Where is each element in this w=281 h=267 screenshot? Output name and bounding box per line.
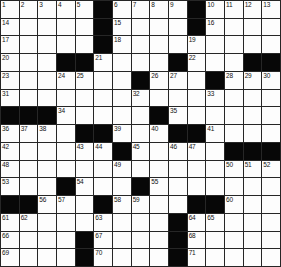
- clue-number: 51: [245, 161, 252, 168]
- white-cell[interactable]: [57, 249, 75, 266]
- white-cell[interactable]: 15: [113, 19, 131, 36]
- white-cell[interactable]: [206, 107, 224, 124]
- white-cell[interactable]: [38, 143, 56, 160]
- white-cell[interactable]: [20, 249, 38, 266]
- clue-number: 15: [114, 19, 121, 26]
- white-cell[interactable]: [150, 90, 168, 107]
- clue-number: 16: [207, 19, 214, 26]
- black-cell: [244, 143, 262, 160]
- black-cell: [132, 178, 150, 195]
- white-cell[interactable]: [20, 72, 38, 89]
- white-cell[interactable]: [94, 161, 112, 178]
- white-cell[interactable]: 62: [20, 214, 38, 231]
- white-cell[interactable]: [206, 249, 224, 266]
- black-cell: [94, 19, 112, 36]
- white-cell[interactable]: 24: [57, 72, 75, 89]
- white-cell[interactable]: 29: [244, 72, 262, 89]
- black-cell: [169, 249, 187, 266]
- clue-number: 63: [95, 214, 102, 221]
- white-cell[interactable]: [262, 90, 280, 107]
- white-cell[interactable]: 4: [57, 1, 75, 18]
- black-cell: [244, 54, 262, 71]
- black-cell: [188, 125, 206, 142]
- black-cell: [1, 107, 19, 124]
- white-cell[interactable]: [132, 161, 150, 178]
- black-cell: [132, 72, 150, 89]
- white-cell[interactable]: 59: [132, 196, 150, 213]
- white-cell[interactable]: [244, 125, 262, 142]
- white-cell[interactable]: 21: [94, 54, 112, 71]
- white-cell[interactable]: [188, 161, 206, 178]
- white-cell[interactable]: 44: [94, 143, 112, 160]
- black-cell: [1, 196, 19, 213]
- clue-number: 42: [2, 143, 9, 150]
- white-cell[interactable]: [262, 232, 280, 249]
- clue-number: 22: [189, 54, 196, 61]
- white-cell[interactable]: [206, 161, 224, 178]
- clue-number: 66: [2, 232, 9, 239]
- white-cell[interactable]: 23: [1, 72, 19, 89]
- white-cell[interactable]: [132, 125, 150, 142]
- black-cell: [76, 54, 94, 71]
- black-cell: [188, 196, 206, 213]
- clue-number: 46: [170, 143, 177, 150]
- white-cell[interactable]: [76, 107, 94, 124]
- white-cell[interactable]: [225, 90, 243, 107]
- black-cell: [113, 143, 131, 160]
- white-cell[interactable]: [169, 161, 187, 178]
- clue-number: 49: [114, 161, 121, 168]
- white-cell[interactable]: 13: [262, 1, 280, 18]
- black-cell: [150, 107, 168, 124]
- white-cell[interactable]: [132, 54, 150, 71]
- clue-number: 19: [189, 36, 196, 43]
- white-cell[interactable]: 40: [150, 125, 168, 142]
- white-cell[interactable]: 60: [225, 196, 243, 213]
- clue-number: 35: [170, 107, 177, 114]
- white-cell[interactable]: 12: [244, 1, 262, 18]
- clue-number: 11: [226, 1, 232, 8]
- white-cell[interactable]: 30: [262, 72, 280, 89]
- clue-number: 21: [95, 54, 102, 61]
- clue-number: 38: [39, 125, 46, 132]
- white-cell[interactable]: [150, 143, 168, 160]
- white-cell[interactable]: 27: [169, 72, 187, 89]
- clue-number: 7: [133, 1, 136, 8]
- clue-number: 71: [189, 249, 196, 256]
- white-cell[interactable]: [225, 19, 243, 36]
- white-cell[interactable]: [94, 90, 112, 107]
- white-cell[interactable]: [38, 19, 56, 36]
- white-cell[interactable]: 66: [1, 232, 19, 249]
- white-cell[interactable]: [169, 196, 187, 213]
- white-cell[interactable]: 55: [150, 178, 168, 195]
- clue-number: 59: [133, 196, 140, 203]
- white-cell[interactable]: 68: [188, 232, 206, 249]
- clue-number: 33: [207, 90, 214, 97]
- clue-number: 36: [2, 125, 9, 132]
- clue-number: 69: [2, 249, 9, 256]
- white-cell[interactable]: 36: [1, 125, 19, 142]
- white-cell[interactable]: [20, 161, 38, 178]
- white-cell[interactable]: [206, 54, 224, 71]
- clue-number: 60: [226, 196, 233, 203]
- clue-number: 61: [2, 214, 9, 221]
- white-cell[interactable]: [132, 214, 150, 231]
- white-cell[interactable]: [57, 232, 75, 249]
- clue-number: 13: [263, 1, 270, 8]
- white-cell[interactable]: 41: [206, 125, 224, 142]
- white-cell[interactable]: 2: [20, 1, 38, 18]
- white-cell[interactable]: [225, 214, 243, 231]
- white-cell[interactable]: 42: [1, 143, 19, 160]
- white-cell[interactable]: [20, 90, 38, 107]
- black-cell: [169, 54, 187, 71]
- white-cell[interactable]: [76, 196, 94, 213]
- clue-number: 52: [263, 161, 270, 168]
- white-cell[interactable]: [244, 214, 262, 231]
- clue-number: 23: [2, 72, 9, 79]
- clue-number: 40: [151, 125, 158, 132]
- white-cell[interactable]: [244, 90, 262, 107]
- white-cell[interactable]: 33: [206, 90, 224, 107]
- white-cell[interactable]: [38, 249, 56, 266]
- white-cell[interactable]: 58: [113, 196, 131, 213]
- clue-number: 8: [151, 1, 154, 8]
- crossword-grid: 1234567891011121314151617181920212223242…: [0, 0, 281, 267]
- clue-number: 34: [58, 107, 65, 114]
- white-cell[interactable]: [206, 36, 224, 53]
- white-cell[interactable]: 61: [1, 214, 19, 231]
- white-cell[interactable]: [76, 19, 94, 36]
- white-cell[interactable]: [113, 249, 131, 266]
- white-cell[interactable]: [57, 125, 75, 142]
- white-cell[interactable]: 9: [169, 1, 187, 18]
- white-cell[interactable]: 57: [57, 196, 75, 213]
- white-cell[interactable]: [169, 178, 187, 195]
- black-cell: [169, 125, 187, 142]
- white-cell[interactable]: 3: [38, 1, 56, 18]
- white-cell[interactable]: 14: [1, 19, 19, 36]
- clue-number: 44: [95, 143, 102, 150]
- white-cell[interactable]: [225, 54, 243, 71]
- white-cell[interactable]: [94, 107, 112, 124]
- black-cell: [225, 143, 243, 160]
- white-cell[interactable]: [38, 178, 56, 195]
- clue-number: 39: [114, 125, 121, 132]
- white-cell[interactable]: 51: [244, 161, 262, 178]
- white-cell[interactable]: [244, 36, 262, 53]
- white-cell[interactable]: [150, 161, 168, 178]
- white-cell[interactable]: [20, 232, 38, 249]
- white-cell[interactable]: 69: [1, 249, 19, 266]
- clue-number: 9: [170, 1, 173, 8]
- white-cell[interactable]: [132, 232, 150, 249]
- black-cell: [20, 196, 38, 213]
- clue-number: 67: [95, 232, 102, 239]
- white-cell[interactable]: [20, 143, 38, 160]
- white-cell[interactable]: 32: [132, 90, 150, 107]
- clue-number: 14: [2, 19, 9, 26]
- white-cell[interactable]: [132, 107, 150, 124]
- clue-number: 27: [170, 72, 177, 79]
- white-cell[interactable]: [113, 107, 131, 124]
- white-cell[interactable]: [132, 36, 150, 53]
- white-cell[interactable]: 1: [1, 1, 19, 18]
- black-cell: [262, 143, 280, 160]
- white-cell[interactable]: 65: [206, 214, 224, 231]
- clue-number: 57: [58, 196, 65, 203]
- white-cell[interactable]: [57, 143, 75, 160]
- white-cell[interactable]: [113, 178, 131, 195]
- white-cell[interactable]: [262, 214, 280, 231]
- white-cell[interactable]: [132, 249, 150, 266]
- white-cell[interactable]: 50: [225, 161, 243, 178]
- clue-number: 50: [226, 161, 233, 168]
- white-cell[interactable]: [262, 196, 280, 213]
- white-cell[interactable]: 8: [150, 1, 168, 18]
- white-cell[interactable]: 10: [206, 1, 224, 18]
- white-cell[interactable]: [225, 36, 243, 53]
- white-cell[interactable]: 71: [188, 249, 206, 266]
- white-cell[interactable]: [76, 214, 94, 231]
- clue-number: 58: [114, 196, 121, 203]
- black-cell: [38, 107, 56, 124]
- white-cell[interactable]: [38, 214, 56, 231]
- clue-number: 18: [114, 36, 121, 43]
- white-cell[interactable]: [169, 36, 187, 53]
- clue-number: 62: [21, 214, 28, 221]
- clue-number: 3: [39, 1, 42, 8]
- black-cell: [94, 196, 112, 213]
- white-cell[interactable]: 18: [113, 36, 131, 53]
- white-cell[interactable]: 25: [76, 72, 94, 89]
- white-cell[interactable]: 7: [132, 1, 150, 18]
- black-cell: [169, 232, 187, 249]
- white-cell[interactable]: 6: [113, 1, 131, 18]
- clue-number: 29: [245, 72, 252, 79]
- white-cell[interactable]: [38, 232, 56, 249]
- clue-number: 48: [2, 161, 9, 168]
- black-cell: [57, 178, 75, 195]
- white-cell[interactable]: [57, 161, 75, 178]
- white-cell[interactable]: [113, 72, 131, 89]
- white-cell[interactable]: 46: [169, 143, 187, 160]
- white-cell[interactable]: 16: [206, 19, 224, 36]
- clue-number: 45: [133, 143, 140, 150]
- white-cell[interactable]: [244, 19, 262, 36]
- white-cell[interactable]: [206, 143, 224, 160]
- white-cell[interactable]: [262, 125, 280, 142]
- clue-number: 5: [77, 1, 80, 8]
- black-cell: [94, 125, 112, 142]
- white-cell[interactable]: [169, 19, 187, 36]
- white-cell[interactable]: [188, 178, 206, 195]
- clue-number: 12: [245, 1, 252, 8]
- white-cell[interactable]: [113, 232, 131, 249]
- clue-number: 56: [39, 196, 46, 203]
- white-cell[interactable]: 48: [1, 161, 19, 178]
- white-cell[interactable]: 26: [150, 72, 168, 89]
- black-cell: [76, 125, 94, 142]
- white-cell[interactable]: [113, 90, 131, 107]
- white-cell[interactable]: [262, 249, 280, 266]
- white-cell[interactable]: [94, 72, 112, 89]
- white-cell[interactable]: 49: [113, 161, 131, 178]
- clue-number: 47: [189, 143, 196, 150]
- black-cell: [57, 54, 75, 71]
- white-cell[interactable]: 31: [1, 90, 19, 107]
- clue-number: 64: [189, 214, 196, 221]
- white-cell[interactable]: 45: [132, 143, 150, 160]
- white-cell[interactable]: [132, 19, 150, 36]
- white-cell[interactable]: 37: [20, 125, 38, 142]
- clue-number: 65: [207, 214, 214, 221]
- clue-number: 20: [2, 54, 9, 61]
- clue-number: 1: [2, 1, 5, 8]
- white-cell[interactable]: [150, 249, 168, 266]
- white-cell[interactable]: [244, 178, 262, 195]
- white-cell[interactable]: [262, 36, 280, 53]
- white-cell[interactable]: 52: [262, 161, 280, 178]
- white-cell[interactable]: [225, 232, 243, 249]
- white-cell[interactable]: [150, 36, 168, 53]
- white-cell[interactable]: 34: [57, 107, 75, 124]
- clue-number: 10: [207, 1, 214, 8]
- white-cell[interactable]: [57, 19, 75, 36]
- white-cell[interactable]: [113, 54, 131, 71]
- clue-number: 17: [2, 36, 9, 43]
- white-cell[interactable]: 38: [38, 125, 56, 142]
- white-cell[interactable]: [244, 196, 262, 213]
- white-cell[interactable]: 22: [188, 54, 206, 71]
- white-cell[interactable]: [225, 125, 243, 142]
- clue-number: 37: [21, 125, 28, 132]
- clue-number: 26: [151, 72, 158, 79]
- white-cell[interactable]: [225, 107, 243, 124]
- white-cell[interactable]: 53: [1, 178, 19, 195]
- white-cell[interactable]: [169, 90, 187, 107]
- white-cell[interactable]: 5: [76, 1, 94, 18]
- white-cell[interactable]: [150, 232, 168, 249]
- white-cell[interactable]: [244, 249, 262, 266]
- white-cell[interactable]: [150, 19, 168, 36]
- white-cell[interactable]: 56: [38, 196, 56, 213]
- black-cell: [94, 1, 112, 18]
- black-cell: [169, 214, 187, 231]
- black-cell: [206, 72, 224, 89]
- white-cell[interactable]: [57, 36, 75, 53]
- white-cell[interactable]: 67: [94, 232, 112, 249]
- clue-number: 32: [133, 90, 140, 97]
- white-cell[interactable]: [188, 90, 206, 107]
- clue-number: 43: [77, 143, 84, 150]
- white-cell[interactable]: [150, 196, 168, 213]
- white-cell[interactable]: 63: [94, 214, 112, 231]
- white-cell[interactable]: 39: [113, 125, 131, 142]
- white-cell[interactable]: [76, 36, 94, 53]
- clue-number: 70: [95, 249, 102, 256]
- black-cell: [76, 232, 94, 249]
- white-cell[interactable]: [38, 90, 56, 107]
- white-cell[interactable]: [57, 214, 75, 231]
- white-cell[interactable]: [262, 107, 280, 124]
- white-cell[interactable]: [20, 19, 38, 36]
- white-cell[interactable]: [38, 36, 56, 53]
- white-cell[interactable]: 28: [225, 72, 243, 89]
- black-cell: [76, 249, 94, 266]
- clue-number: 53: [2, 178, 9, 185]
- white-cell[interactable]: [113, 214, 131, 231]
- white-cell[interactable]: 35: [169, 107, 187, 124]
- white-cell[interactable]: [188, 107, 206, 124]
- black-cell: [206, 196, 224, 213]
- clue-number: 6: [114, 1, 117, 8]
- black-cell: [188, 19, 206, 36]
- clue-number: 24: [58, 72, 65, 79]
- white-cell[interactable]: 64: [188, 214, 206, 231]
- black-cell: [262, 54, 280, 71]
- clue-number: 30: [263, 72, 270, 79]
- white-cell[interactable]: [262, 19, 280, 36]
- white-cell[interactable]: 54: [76, 178, 94, 195]
- white-cell[interactable]: [20, 54, 38, 71]
- white-cell[interactable]: [244, 107, 262, 124]
- clue-number: 68: [189, 232, 196, 239]
- white-cell[interactable]: [94, 178, 112, 195]
- clue-number: 25: [77, 72, 84, 79]
- white-cell[interactable]: 11: [225, 1, 243, 18]
- black-cell: [20, 107, 38, 124]
- clue-number: 4: [58, 1, 61, 8]
- white-cell[interactable]: 19: [188, 36, 206, 53]
- white-cell[interactable]: [20, 178, 38, 195]
- clue-number: 54: [77, 178, 84, 185]
- white-cell[interactable]: [150, 54, 168, 71]
- black-cell: [94, 36, 112, 53]
- clue-number: 31: [2, 90, 9, 97]
- black-cell: [188, 1, 206, 18]
- white-cell[interactable]: 70: [94, 249, 112, 266]
- white-cell[interactable]: [20, 36, 38, 53]
- white-cell[interactable]: [244, 232, 262, 249]
- white-cell[interactable]: [38, 54, 56, 71]
- white-cell[interactable]: 17: [1, 36, 19, 53]
- white-cell[interactable]: [76, 161, 94, 178]
- white-cell[interactable]: [57, 90, 75, 107]
- clue-number: 2: [21, 1, 24, 8]
- white-cell[interactable]: [206, 178, 224, 195]
- white-cell[interactable]: 47: [188, 143, 206, 160]
- clue-number: 41: [207, 125, 214, 132]
- white-cell[interactable]: [38, 72, 56, 89]
- white-cell[interactable]: [38, 161, 56, 178]
- white-cell[interactable]: [76, 90, 94, 107]
- white-cell[interactable]: [206, 232, 224, 249]
- white-cell[interactable]: 20: [1, 54, 19, 71]
- white-cell[interactable]: 43: [76, 143, 94, 160]
- white-cell[interactable]: [225, 178, 243, 195]
- white-cell[interactable]: [262, 178, 280, 195]
- white-cell[interactable]: [150, 214, 168, 231]
- white-cell[interactable]: [225, 249, 243, 266]
- white-cell[interactable]: [188, 72, 206, 89]
- clue-number: 55: [151, 178, 158, 185]
- clue-number: 28: [226, 72, 233, 79]
